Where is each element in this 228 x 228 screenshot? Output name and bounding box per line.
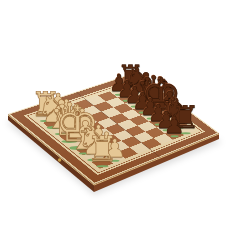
chess-set-photo: ♜♞♝♛♚♝♞♜♟♟♟♟♟♟♟♟♟♟♟♟♟♟♟♟♜♞♝♛♚♝♞♜ <box>0 0 228 228</box>
brass-hinge-icon <box>58 158 61 161</box>
